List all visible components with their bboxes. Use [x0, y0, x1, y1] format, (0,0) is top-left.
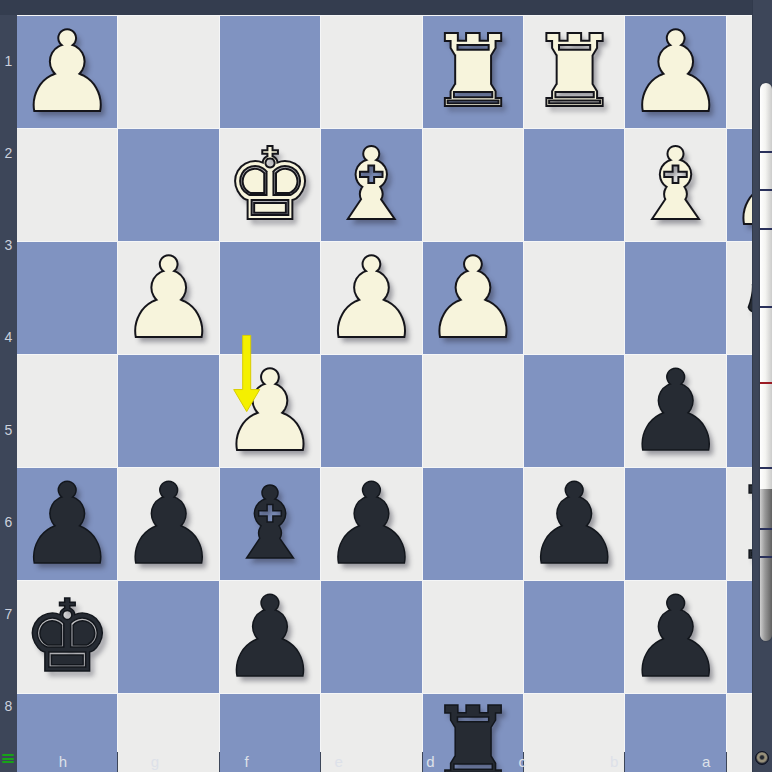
piece-white-pawn[interactable]: ♟︎	[625, 16, 725, 128]
piece-black-pawn[interactable]: ♟︎	[118, 468, 218, 580]
piece-white-bishop[interactable]: ♝︎	[625, 129, 725, 241]
square-d3[interactable]	[423, 129, 523, 241]
piece-white-rook[interactable]: ♜︎	[524, 16, 624, 128]
square-f7[interactable]: ♟︎	[220, 581, 320, 693]
piece-black-pawn[interactable]: ♟︎	[220, 581, 320, 693]
piece-white-pawn[interactable]: ♟︎	[17, 16, 117, 128]
square-f3[interactable]: ♚︎	[220, 129, 320, 241]
file-label-e: e	[293, 753, 385, 772]
eval-tick	[760, 467, 772, 469]
piece-white-pawn[interactable]: ♟︎	[423, 242, 523, 354]
square-c2[interactable]: ♜︎	[524, 16, 624, 128]
eval-tick	[760, 528, 772, 530]
chess-board-frame: ♟︎♜︎♜︎♟︎♚︎♝︎♝︎♟︎♟︎♟︎♟︎♞︎♟︎♟︎♟︎♟︎♝︎♟︎♟︎♜︎…	[0, 0, 772, 772]
square-h3[interactable]	[17, 129, 117, 241]
square-e7[interactable]	[321, 581, 421, 693]
piece-black-king[interactable]: ♚︎	[17, 581, 117, 693]
square-f2[interactable]	[220, 16, 320, 128]
square-d5[interactable]	[423, 355, 523, 467]
file-label-b: b	[568, 753, 660, 772]
square-d2[interactable]: ♜︎	[423, 16, 523, 128]
eval-bar	[752, 0, 772, 772]
piece-black-pawn[interactable]: ♟︎	[625, 355, 725, 467]
square-f5[interactable]: ♟︎	[220, 355, 320, 467]
square-h6[interactable]: ♟︎	[17, 468, 117, 580]
square-e2[interactable]	[321, 16, 421, 128]
square-b3[interactable]: ♝︎	[625, 129, 725, 241]
eval-tick	[760, 556, 772, 558]
rank-label-8: 8	[0, 698, 17, 714]
piece-black-pawn[interactable]: ♟︎	[17, 468, 117, 580]
file-label-h: h	[17, 753, 109, 772]
square-c3[interactable]	[524, 129, 624, 241]
eval-bar-white-section	[760, 83, 772, 489]
piece-white-pawn[interactable]: ♟︎	[220, 355, 320, 467]
square-b6[interactable]	[625, 468, 725, 580]
square-g5[interactable]	[118, 355, 218, 467]
rank-label-3: 3	[0, 237, 17, 253]
square-g2[interactable]	[118, 16, 218, 128]
square-f4[interactable]	[220, 242, 320, 354]
board: ♟︎♜︎♜︎♟︎♚︎♝︎♝︎♟︎♟︎♟︎♟︎♞︎♟︎♟︎♟︎♟︎♝︎♟︎♟︎♜︎…	[17, 15, 752, 752]
piece-black-pawn[interactable]: ♟︎	[321, 468, 421, 580]
signal-icon	[2, 754, 14, 765]
square-g6[interactable]: ♟︎	[118, 468, 218, 580]
file-label-f: f	[201, 753, 293, 772]
square-f6[interactable]: ♝︎	[220, 468, 320, 580]
square-b5[interactable]: ♟︎	[625, 355, 725, 467]
square-h5[interactable]	[17, 355, 117, 467]
square-h7[interactable]: ♚︎	[17, 581, 117, 693]
eval-tick	[760, 306, 772, 308]
rank-label-7: 7	[0, 606, 17, 622]
piece-black-bishop[interactable]: ♝︎	[220, 468, 320, 580]
square-b2[interactable]: ♟︎	[625, 16, 725, 128]
square-d7[interactable]	[423, 581, 523, 693]
lens-button-icon[interactable]	[755, 751, 769, 765]
eval-tick	[760, 228, 772, 230]
square-e6[interactable]: ♟︎	[321, 468, 421, 580]
file-label-d: d	[385, 753, 477, 772]
piece-white-bishop[interactable]: ♝︎	[321, 129, 421, 241]
square-c7[interactable]	[524, 581, 624, 693]
square-h2[interactable]: ♟︎	[17, 16, 117, 128]
square-e4[interactable]: ♟︎	[321, 242, 421, 354]
square-g4[interactable]: ♟︎	[118, 242, 218, 354]
square-b7[interactable]: ♟︎	[625, 581, 725, 693]
square-e3[interactable]: ♝︎	[321, 129, 421, 241]
square-c6[interactable]: ♟︎	[524, 468, 624, 580]
square-e5[interactable]	[321, 355, 421, 467]
piece-black-pawn[interactable]: ♟︎	[524, 468, 624, 580]
square-h4[interactable]	[17, 242, 117, 354]
square-d6[interactable]	[423, 468, 523, 580]
rank-label-2: 2	[0, 145, 17, 161]
file-label-a: a	[660, 753, 752, 772]
eval-tick	[760, 151, 772, 153]
eval-bar-gray-section	[760, 489, 772, 641]
piece-white-pawn[interactable]: ♟︎	[118, 242, 218, 354]
square-g7[interactable]	[118, 581, 218, 693]
eval-bar-tube	[760, 83, 772, 641]
piece-white-king[interactable]: ♚︎	[220, 129, 320, 241]
file-label-g: g	[109, 753, 201, 772]
rank-label-6: 6	[0, 514, 17, 530]
eval-zero-tick	[760, 382, 772, 384]
square-d4[interactable]: ♟︎	[423, 242, 523, 354]
square-c4[interactable]	[524, 242, 624, 354]
rank-label-1: 1	[0, 53, 17, 69]
square-g3[interactable]	[118, 129, 218, 241]
piece-white-rook[interactable]: ♜︎	[423, 16, 523, 128]
square-b4[interactable]	[625, 242, 725, 354]
piece-black-pawn[interactable]: ♟︎	[625, 581, 725, 693]
eval-tick	[760, 189, 772, 191]
square-c5[interactable]	[524, 355, 624, 467]
piece-white-pawn[interactable]: ♟︎	[321, 242, 421, 354]
rank-label-4: 4	[0, 329, 17, 345]
rank-label-5: 5	[0, 422, 17, 438]
file-label-c: c	[476, 753, 568, 772]
